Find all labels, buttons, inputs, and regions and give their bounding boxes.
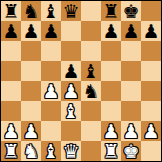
black-bishop-piece: ♝ — [82, 61, 99, 81]
square-b1[interactable]: ♞ — [21, 141, 41, 161]
white-knight-piece: ♞ — [22, 141, 39, 161]
square-b6[interactable] — [21, 41, 41, 61]
square-d2[interactable] — [61, 121, 81, 141]
black-queen-piece: ♛ — [62, 1, 79, 21]
black-bishop-piece: ♝ — [42, 1, 59, 21]
square-c5[interactable] — [41, 61, 61, 81]
black-pawn-piece: ♟ — [122, 21, 139, 41]
white-bishop-piece: ♝ — [62, 101, 79, 121]
square-b3[interactable] — [21, 101, 41, 121]
black-pawn-piece: ♟ — [102, 21, 119, 41]
white-bishop-piece: ♝ — [42, 141, 59, 161]
square-h6[interactable] — [141, 41, 161, 61]
square-b4[interactable] — [21, 81, 41, 101]
square-a4[interactable] — [1, 81, 21, 101]
square-d3[interactable]: ♝ — [61, 101, 81, 121]
square-a6[interactable] — [1, 41, 21, 61]
square-e7[interactable] — [81, 21, 101, 41]
square-d5[interactable]: ♟ — [61, 61, 81, 81]
square-h4[interactable] — [141, 81, 161, 101]
square-h5[interactable] — [141, 61, 161, 81]
square-a3[interactable] — [1, 101, 21, 121]
square-g2[interactable]: ♟ — [121, 121, 141, 141]
square-b8[interactable]: ♞ — [21, 1, 41, 21]
black-pawn-piece: ♟ — [142, 21, 159, 41]
white-pawn-piece: ♟ — [2, 121, 19, 141]
square-c4[interactable]: ♟ — [41, 81, 61, 101]
square-g7[interactable]: ♟ — [121, 21, 141, 41]
white-queen-piece: ♛ — [62, 141, 79, 161]
black-rook-piece: ♜ — [2, 1, 19, 21]
square-h2[interactable]: ♟ — [141, 121, 161, 141]
square-h8[interactable] — [141, 1, 161, 21]
square-e8[interactable] — [81, 1, 101, 21]
square-g4[interactable] — [121, 81, 141, 101]
square-g3[interactable] — [121, 101, 141, 121]
square-g1[interactable]: ♚ — [121, 141, 141, 161]
square-c8[interactable]: ♝ — [41, 1, 61, 21]
square-h3[interactable] — [141, 101, 161, 121]
square-f2[interactable]: ♟ — [101, 121, 121, 141]
square-g5[interactable] — [121, 61, 141, 81]
square-c6[interactable] — [41, 41, 61, 61]
square-d4[interactable]: ♟ — [61, 81, 81, 101]
square-g8[interactable]: ♚ — [121, 1, 141, 21]
white-pawn-piece: ♟ — [122, 121, 139, 141]
white-king-piece: ♚ — [122, 141, 139, 161]
chess-board: ♜♞♝♛♜♚♟♟♟♟♟♟♟♝♟♟♞♝♟♟♟♟♟♜♞♝♛♜♚ — [0, 0, 162, 162]
square-h7[interactable]: ♟ — [141, 21, 161, 41]
square-g6[interactable] — [121, 41, 141, 61]
black-knight-piece: ♞ — [82, 81, 99, 101]
white-rook-piece: ♜ — [2, 141, 19, 161]
white-pawn-piece: ♟ — [142, 121, 159, 141]
square-f4[interactable] — [101, 81, 121, 101]
square-b2[interactable]: ♟ — [21, 121, 41, 141]
square-e4[interactable]: ♞ — [81, 81, 101, 101]
black-pawn-piece: ♟ — [42, 21, 59, 41]
square-a5[interactable] — [1, 61, 21, 81]
square-b5[interactable] — [21, 61, 41, 81]
square-a1[interactable]: ♜ — [1, 141, 21, 161]
black-knight-piece: ♞ — [22, 1, 39, 21]
square-f8[interactable]: ♜ — [101, 1, 121, 21]
square-f5[interactable] — [101, 61, 121, 81]
square-c3[interactable] — [41, 101, 61, 121]
white-pawn-piece: ♟ — [62, 81, 79, 101]
square-e5[interactable]: ♝ — [81, 61, 101, 81]
square-c2[interactable] — [41, 121, 61, 141]
square-d1[interactable]: ♛ — [61, 141, 81, 161]
square-a2[interactable]: ♟ — [1, 121, 21, 141]
square-h1[interactable] — [141, 141, 161, 161]
square-e6[interactable] — [81, 41, 101, 61]
square-f1[interactable]: ♜ — [101, 141, 121, 161]
black-pawn-piece: ♟ — [2, 21, 19, 41]
black-rook-piece: ♜ — [102, 1, 119, 21]
square-a8[interactable]: ♜ — [1, 1, 21, 21]
black-king-piece: ♚ — [122, 1, 139, 21]
square-d6[interactable] — [61, 41, 81, 61]
square-a7[interactable]: ♟ — [1, 21, 21, 41]
white-pawn-piece: ♟ — [22, 121, 39, 141]
square-c1[interactable]: ♝ — [41, 141, 61, 161]
square-e1[interactable] — [81, 141, 101, 161]
square-c7[interactable]: ♟ — [41, 21, 61, 41]
square-e3[interactable] — [81, 101, 101, 121]
white-pawn-piece: ♟ — [42, 81, 59, 101]
square-b7[interactable]: ♟ — [21, 21, 41, 41]
square-d7[interactable] — [61, 21, 81, 41]
black-pawn-piece: ♟ — [22, 21, 39, 41]
black-pawn-piece: ♟ — [62, 61, 79, 81]
white-pawn-piece: ♟ — [102, 121, 119, 141]
white-rook-piece: ♜ — [102, 141, 119, 161]
square-e2[interactable] — [81, 121, 101, 141]
square-f3[interactable] — [101, 101, 121, 121]
square-f6[interactable] — [101, 41, 121, 61]
square-f7[interactable]: ♟ — [101, 21, 121, 41]
square-d8[interactable]: ♛ — [61, 1, 81, 21]
